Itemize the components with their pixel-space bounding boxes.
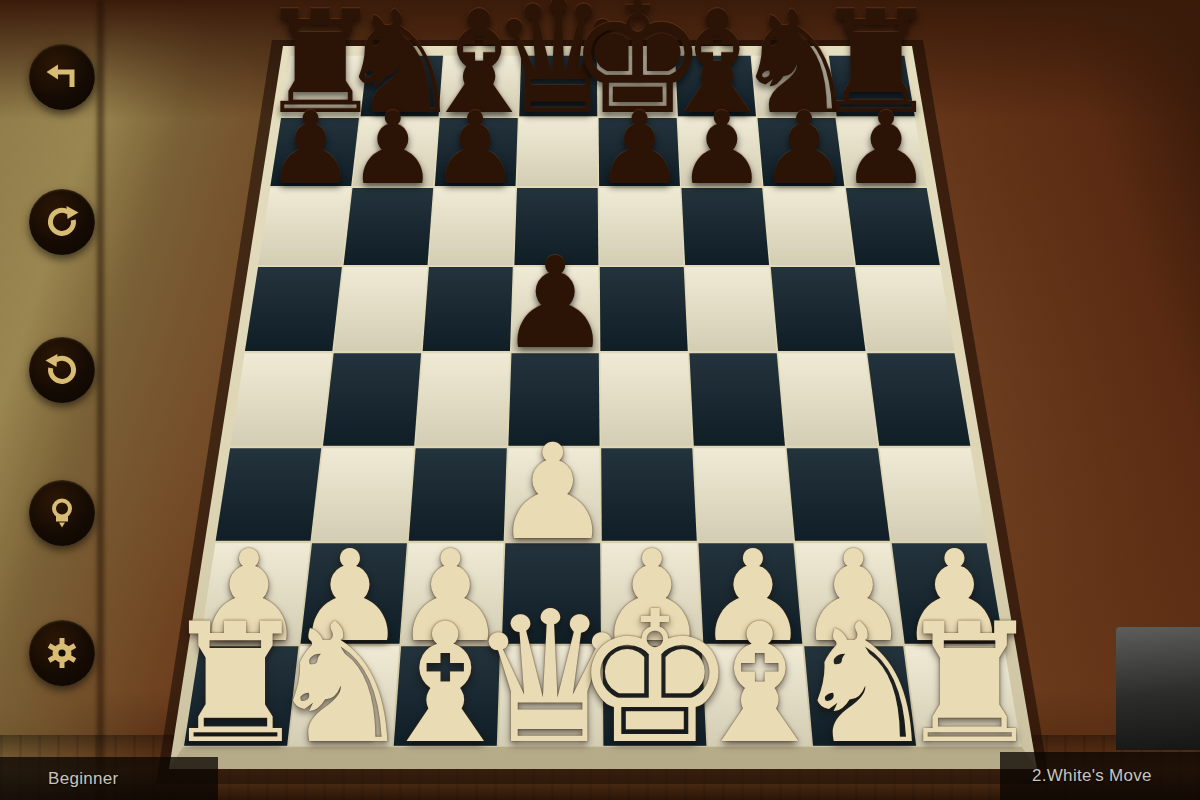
turn-label: 2.White's Move [1032,766,1152,786]
settings-button[interactable] [29,620,95,686]
rotate-counterclockwise-button[interactable] [29,337,95,403]
piece-white-pawn-d3[interactable]: ♟ [494,426,612,558]
square-g4[interactable] [777,352,878,447]
piece-black-pawn-g7[interactable]: ♟ [759,99,849,199]
square-h4[interactable] [866,352,971,447]
square-h5[interactable] [855,266,955,352]
rotate-ccw-icon [44,352,80,388]
square-b5[interactable] [333,266,428,352]
piece-black-pawn-a7[interactable]: ♟ [266,99,356,199]
undo-arrow-icon [44,59,80,95]
piece-black-pawn-d5[interactable]: ♟ [499,241,612,367]
square-a4[interactable] [229,352,333,447]
hint-button[interactable] [29,480,95,546]
square-a5[interactable] [244,266,343,352]
square-f5[interactable] [684,266,777,352]
app-screen: ♜♞♝♛♚♝♞♜♟♟♟♟♟♟♟♟♟♟♟♟♟♟♟♟♜♞♝♛♚♝♞♜ [0,0,1200,800]
side-gray-object [1116,627,1200,750]
rotate-clockwise-button[interactable] [29,189,95,255]
square-e5[interactable] [599,266,689,352]
square-f4[interactable] [689,352,786,447]
rotate-cw-icon [44,204,80,240]
piece-black-pawn-e7[interactable]: ♟ [595,99,685,199]
square-b4[interactable] [322,352,422,447]
wood-seam [97,0,104,800]
piece-black-pawn-h7[interactable]: ♟ [841,99,931,199]
difficulty-label: Beginner [48,769,118,789]
square-g5[interactable] [770,266,866,352]
undo-button[interactable] [29,44,95,110]
piece-black-pawn-f7[interactable]: ♟ [677,99,767,199]
piece-white-rook-h1[interactable]: ♜ [896,602,1044,767]
square-e4[interactable] [600,352,693,447]
piece-black-pawn-c7[interactable]: ♟ [430,99,520,199]
lightbulb-icon [44,495,80,531]
gear-icon [44,635,80,671]
piece-black-pawn-b7[interactable]: ♟ [348,99,438,199]
